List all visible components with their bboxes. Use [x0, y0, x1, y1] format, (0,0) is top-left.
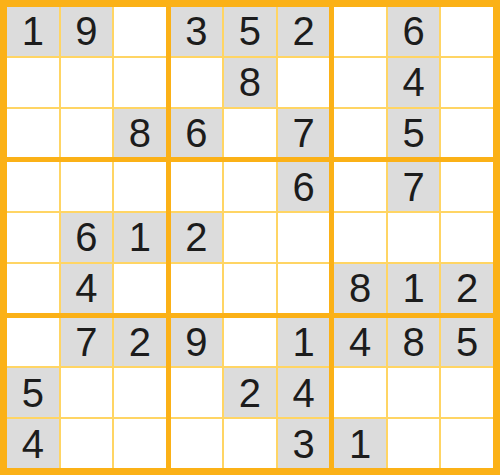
cell-r6c4[interactable] — [171, 264, 223, 313]
cell-r7c1[interactable] — [7, 318, 59, 367]
cell-r5c8[interactable] — [388, 213, 440, 262]
cell-r5c1[interactable] — [7, 213, 59, 262]
cell-r3c5[interactable] — [224, 109, 276, 158]
cell-r7c9: 5 — [441, 318, 493, 367]
cell-r7c3: 2 — [114, 318, 166, 367]
box-5: 62 — [171, 162, 330, 312]
cell-r9c3[interactable] — [114, 419, 166, 468]
box-2: 352867 — [171, 7, 330, 157]
cell-r1c2: 9 — [61, 7, 113, 56]
cell-r3c8: 5 — [388, 109, 440, 158]
cell-r2c1[interactable] — [7, 58, 59, 107]
cell-r9c6: 3 — [278, 419, 330, 468]
cell-r4c4[interactable] — [171, 162, 223, 211]
cell-r8c5: 2 — [224, 368, 276, 417]
cell-r2c9[interactable] — [441, 58, 493, 107]
cell-r9c4[interactable] — [171, 419, 223, 468]
cell-r5c5[interactable] — [224, 213, 276, 262]
cell-r5c6[interactable] — [278, 213, 330, 262]
cell-r5c7[interactable] — [334, 213, 386, 262]
cell-r8c7[interactable] — [334, 368, 386, 417]
cell-r5c3: 1 — [114, 213, 166, 262]
cell-r4c3[interactable] — [114, 162, 166, 211]
cell-r7c7: 4 — [334, 318, 386, 367]
cell-r9c5[interactable] — [224, 419, 276, 468]
cell-r3c7[interactable] — [334, 109, 386, 158]
cell-r7c2: 7 — [61, 318, 113, 367]
cell-r4c9[interactable] — [441, 162, 493, 211]
sudoku-board: 1983528676456146278127254912434851 — [0, 0, 500, 475]
cell-r3c6: 7 — [278, 109, 330, 158]
cell-r4c2[interactable] — [61, 162, 113, 211]
cell-r6c8: 1 — [388, 264, 440, 313]
box-3: 645 — [334, 7, 493, 157]
cell-r1c6: 2 — [278, 7, 330, 56]
cell-r2c4[interactable] — [171, 58, 223, 107]
cell-r6c5[interactable] — [224, 264, 276, 313]
cell-r7c4: 9 — [171, 318, 223, 367]
cell-r9c2[interactable] — [61, 419, 113, 468]
cell-r9c7: 1 — [334, 419, 386, 468]
cell-r9c8[interactable] — [388, 419, 440, 468]
cell-r8c6: 4 — [278, 368, 330, 417]
cell-r1c4: 3 — [171, 7, 223, 56]
cell-r1c7[interactable] — [334, 7, 386, 56]
cell-r2c5: 8 — [224, 58, 276, 107]
box-1: 198 — [7, 7, 166, 157]
cell-r4c5[interactable] — [224, 162, 276, 211]
cell-r3c2[interactable] — [61, 109, 113, 158]
cell-r5c2: 6 — [61, 213, 113, 262]
box-9: 4851 — [334, 318, 493, 468]
cell-r3c9[interactable] — [441, 109, 493, 158]
cell-r3c1[interactable] — [7, 109, 59, 158]
cell-r2c8: 4 — [388, 58, 440, 107]
cell-r1c5: 5 — [224, 7, 276, 56]
cell-r6c2: 4 — [61, 264, 113, 313]
cell-r6c3[interactable] — [114, 264, 166, 313]
box-4: 614 — [7, 162, 166, 312]
cell-r2c7[interactable] — [334, 58, 386, 107]
cell-r8c1: 5 — [7, 368, 59, 417]
cell-r6c7: 8 — [334, 264, 386, 313]
cell-r7c5[interactable] — [224, 318, 276, 367]
cell-r1c9[interactable] — [441, 7, 493, 56]
cell-r8c2[interactable] — [61, 368, 113, 417]
cell-r6c1[interactable] — [7, 264, 59, 313]
cell-r7c8: 8 — [388, 318, 440, 367]
cell-r8c3[interactable] — [114, 368, 166, 417]
cell-r4c8: 7 — [388, 162, 440, 211]
cell-r4c1[interactable] — [7, 162, 59, 211]
cell-r6c9: 2 — [441, 264, 493, 313]
cell-r8c8[interactable] — [388, 368, 440, 417]
box-8: 91243 — [171, 318, 330, 468]
box-6: 7812 — [334, 162, 493, 312]
cell-r8c9[interactable] — [441, 368, 493, 417]
cell-r1c8: 6 — [388, 7, 440, 56]
cell-r4c7[interactable] — [334, 162, 386, 211]
cell-r6c6[interactable] — [278, 264, 330, 313]
cell-r5c9[interactable] — [441, 213, 493, 262]
cell-r8c4[interactable] — [171, 368, 223, 417]
cell-r9c9[interactable] — [441, 419, 493, 468]
cell-r9c1: 4 — [7, 419, 59, 468]
cell-r2c2[interactable] — [61, 58, 113, 107]
cell-r3c3: 8 — [114, 109, 166, 158]
cell-r5c4: 2 — [171, 213, 223, 262]
cell-r2c3[interactable] — [114, 58, 166, 107]
box-7: 7254 — [7, 318, 166, 468]
cell-r4c6: 6 — [278, 162, 330, 211]
cell-r1c1: 1 — [7, 7, 59, 56]
cell-r3c4: 6 — [171, 109, 223, 158]
cell-r7c6: 1 — [278, 318, 330, 367]
cell-r2c6[interactable] — [278, 58, 330, 107]
cell-r1c3[interactable] — [114, 7, 166, 56]
